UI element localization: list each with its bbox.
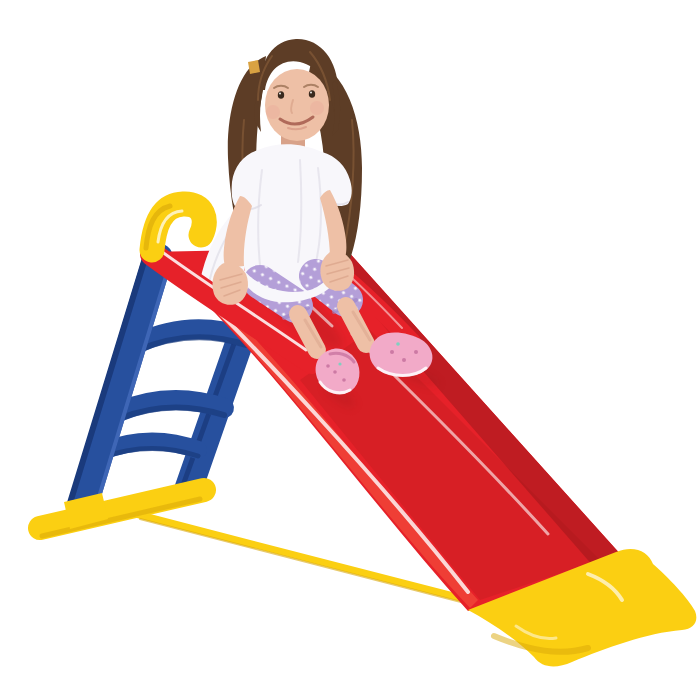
near-shoe-dot-3: [326, 364, 330, 368]
product-photo: Toddler girl with long brown hair, white…: [0, 0, 700, 700]
far-shoe-dot-mint: [396, 342, 400, 346]
eye-glint-left: [310, 92, 312, 94]
far-shoe-dot-2: [402, 358, 406, 362]
far-shoe-dot-3: [414, 350, 418, 354]
blush-right: [266, 105, 280, 119]
hair-clip: [248, 60, 260, 74]
near-shoe-dot-mint: [338, 362, 341, 365]
eye-right: [278, 91, 284, 99]
slide-photo-canvas: [0, 0, 700, 700]
blush-left: [310, 101, 324, 115]
near-shoe-dot-1: [333, 370, 337, 374]
eye-left: [309, 90, 315, 98]
eye-glint-right: [279, 93, 281, 95]
far-shoe-dot-1: [390, 350, 394, 354]
near-shoe-dot-2: [342, 378, 346, 382]
